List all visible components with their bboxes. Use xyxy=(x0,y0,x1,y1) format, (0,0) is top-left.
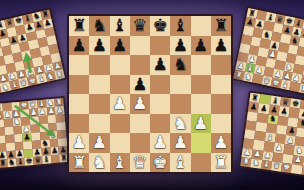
square-g4[interactable] xyxy=(191,94,211,114)
piece-white-pawn: ♟ xyxy=(92,134,107,151)
piece-white-rook: ♜ xyxy=(55,70,64,79)
square-h5[interactable] xyxy=(211,75,231,95)
piece-black-bishop: ♝ xyxy=(302,101,304,110)
square-c3[interactable] xyxy=(110,114,130,134)
square-a5[interactable] xyxy=(69,75,89,95)
piece-white-pawn: ♟ xyxy=(275,144,283,153)
piece-black-queen: ♛ xyxy=(34,156,42,165)
square-c6[interactable] xyxy=(110,55,130,75)
piece-white-rook: ♜ xyxy=(300,84,304,93)
square-g7[interactable]: ♟ xyxy=(191,36,211,56)
piece-black-pawn: ♟ xyxy=(213,37,228,54)
piece-black-pawn: ♟ xyxy=(280,107,288,116)
square-g2[interactable] xyxy=(191,133,211,153)
piece-white-king: ♚ xyxy=(153,154,168,171)
piece-white-pawn: ♟ xyxy=(243,148,251,157)
piece-white-bishop: ♝ xyxy=(112,154,127,171)
piece-black-rook: ♜ xyxy=(251,93,259,102)
piece-white-rook: ♜ xyxy=(213,154,228,171)
piece-white-pawn: ♟ xyxy=(72,134,87,151)
square-b7[interactable]: ♟ xyxy=(89,36,109,56)
piece-black-king: ♚ xyxy=(25,157,33,166)
piece-white-rook: ♜ xyxy=(72,154,87,171)
piece-black-bishop: ♝ xyxy=(173,17,188,34)
square-f4[interactable] xyxy=(170,94,190,114)
piece-white-pawn: ♟ xyxy=(112,95,127,112)
piece-white-bishop: ♝ xyxy=(266,133,274,142)
square-f6[interactable]: ♞ xyxy=(170,55,190,75)
square-d8[interactable]: ♛ xyxy=(130,16,150,36)
piece-white-rook: ♜ xyxy=(242,158,250,167)
piece-black-king: ♚ xyxy=(153,17,168,34)
square-e1[interactable]: ♚ xyxy=(150,153,170,173)
square-e5[interactable] xyxy=(150,75,170,95)
square-e6[interactable]: ♟ xyxy=(150,55,170,75)
corner-board-bottom-right: ♜♝♛♚♝♜♟♟♟♟♟♟♟♞♞♟♝♟♟♞♟♟♟♟♟♟♜♞♝♛♚♜ xyxy=(238,90,304,179)
piece-white-pawn: ♟ xyxy=(294,156,302,165)
square-h7[interactable]: ♟ xyxy=(211,36,231,56)
square-c7[interactable]: ♟ xyxy=(110,36,130,56)
piece-black-pawn: ♟ xyxy=(250,103,258,112)
square-e3[interactable] xyxy=(150,114,170,134)
corner-board-top-right: ♜♝♛♚♝♜♟♟♟♟♟♟♞♞♟♟♟♞♟♝♟♟♟♟♟♜♞♛♚♝♜ xyxy=(231,6,304,97)
square-g5[interactable] xyxy=(191,75,211,95)
piece-black-pawn: ♟ xyxy=(112,37,127,54)
piece-black-bishop: ♝ xyxy=(271,96,279,105)
square-d3[interactable] xyxy=(130,114,150,134)
piece-white-pawn: ♟ xyxy=(173,134,188,151)
square-a1[interactable]: ♜ xyxy=(69,153,89,173)
piece-white-pawn: ♟ xyxy=(263,151,271,160)
piece-black-pawn: ♟ xyxy=(92,37,107,54)
piece-black-rook: ♜ xyxy=(72,17,87,34)
corner-board-top-left: ♜♞♝♛♚♝♞♜♟♟♟♟♟♟♟♟♟♟♟♟♟♟♟♟♜♞♝♛♚♝♞♜ xyxy=(0,7,67,97)
square-c8[interactable]: ♝ xyxy=(110,16,130,36)
square-g6[interactable] xyxy=(191,55,211,75)
square-d6[interactable] xyxy=(130,55,150,75)
piece-black-pawn: ♟ xyxy=(270,105,278,114)
piece-white-knight: ♞ xyxy=(173,115,188,132)
square-d5[interactable]: ♟ xyxy=(130,75,150,95)
piece-white-queen: ♛ xyxy=(272,162,280,171)
piece-white-pawn: ♟ xyxy=(253,150,261,159)
square-f3[interactable]: ♞ xyxy=(170,114,190,134)
piece-black-knight: ♞ xyxy=(8,159,16,168)
square-d4[interactable]: ♟ xyxy=(130,94,150,114)
square-f2[interactable]: ♟ xyxy=(170,133,190,153)
piece-white-queen: ♛ xyxy=(132,154,147,171)
square-a7[interactable]: ♟ xyxy=(69,36,89,56)
square-c1[interactable]: ♝ xyxy=(110,153,130,173)
piece-black-bishop: ♝ xyxy=(16,158,24,167)
piece-black-knight: ♞ xyxy=(269,115,277,124)
square-c2[interactable] xyxy=(110,133,130,153)
square-a8[interactable]: ♜ xyxy=(69,16,89,36)
chess-scene: ♜♞♝♛♚♝♜♟♟♟♟♟♟♟♞♟♟♟♞♟♟♟♟♟♟♜♞♝♛♚♝♜ ♜♞♝♛♚♝♞… xyxy=(0,0,304,190)
piece-black-pawn: ♟ xyxy=(300,110,304,119)
square-b5[interactable] xyxy=(89,75,109,95)
square-d1[interactable]: ♛ xyxy=(130,153,150,173)
square-c4[interactable]: ♟ xyxy=(110,94,130,114)
square-b6[interactable] xyxy=(89,55,109,75)
square-a4[interactable] xyxy=(69,94,89,114)
piece-black-knight: ♞ xyxy=(299,119,304,128)
square-f1[interactable]: ♝ xyxy=(170,153,190,173)
square-h1: ♜ xyxy=(298,83,304,94)
piece-white-bishop: ♝ xyxy=(262,160,270,169)
square-b1[interactable]: ♞ xyxy=(89,153,109,173)
piece-black-pawn: ♟ xyxy=(288,127,296,136)
square-e2[interactable]: ♟ xyxy=(150,133,170,153)
piece-white-pawn: ♟ xyxy=(286,136,294,145)
piece-black-pawn: ♟ xyxy=(193,37,208,54)
square-b4[interactable] xyxy=(89,94,109,114)
corner-board-bottom-left: ♜♚♛♝♞♜♟♟♟♟♟♟♟♞♟♟♝♞♟♟♟♟♟♟♟♜♞♝♚♛♝♜ xyxy=(0,96,71,170)
piece-black-bishop: ♝ xyxy=(43,155,51,164)
piece-black-knight: ♞ xyxy=(173,56,188,73)
square-h1[interactable]: ♜ xyxy=(211,153,231,173)
square-h2[interactable]: ♟ xyxy=(211,133,231,153)
square-g1[interactable] xyxy=(191,153,211,173)
piece-white-knight: ♞ xyxy=(252,159,260,168)
piece-black-queen: ♛ xyxy=(132,17,147,34)
piece-black-pawn: ♟ xyxy=(173,37,188,54)
piece-black-bishop: ♝ xyxy=(112,17,127,34)
square-b8[interactable]: ♞ xyxy=(89,16,109,36)
piece-black-pawn: ♟ xyxy=(260,104,268,113)
square-f7[interactable]: ♟ xyxy=(170,36,190,56)
piece-white-knight: ♞ xyxy=(92,154,107,171)
square-g3[interactable]: ♟ xyxy=(191,114,211,134)
square-h4[interactable] xyxy=(211,94,231,114)
piece-white-bishop: ♝ xyxy=(173,154,188,171)
piece-white-pawn: ♟ xyxy=(132,95,147,112)
square-b3[interactable] xyxy=(89,114,109,134)
piece-black-queen: ♛ xyxy=(281,98,289,107)
piece-black-rook: ♜ xyxy=(213,17,228,34)
square-h1: ♜ xyxy=(54,69,65,80)
square-a3[interactable] xyxy=(69,114,89,134)
square-e7[interactable] xyxy=(150,36,170,56)
square-e4[interactable] xyxy=(150,94,170,114)
square-g1 xyxy=(301,165,304,176)
square-h8[interactable]: ♜ xyxy=(211,16,231,36)
piece-black-pawn: ♟ xyxy=(132,76,147,93)
square-f8[interactable]: ♝ xyxy=(170,16,190,36)
piece-white-pawn: ♟ xyxy=(193,115,208,132)
piece-white-pawn: ♟ xyxy=(213,134,228,151)
piece-white-knight: ♞ xyxy=(295,146,303,155)
square-g8[interactable] xyxy=(191,16,211,36)
square-f5[interactable] xyxy=(170,75,190,95)
piece-black-pawn: ♟ xyxy=(153,56,168,73)
square-h6[interactable] xyxy=(211,55,231,75)
square-a2[interactable]: ♟ xyxy=(69,133,89,153)
piece-white-king: ♚ xyxy=(282,163,290,172)
square-c5[interactable] xyxy=(110,75,130,95)
square-b2[interactable]: ♟ xyxy=(89,133,109,153)
piece-black-rook: ♜ xyxy=(0,159,7,168)
piece-black-king: ♚ xyxy=(291,99,299,108)
square-d2[interactable] xyxy=(130,133,150,153)
main-board[interactable]: ♜♞♝♛♚♝♜♟♟♟♟♟♟♟♞♟♟♟♞♟♟♟♟♟♟♜♞♝♛♚♝♜ xyxy=(67,14,233,174)
square-a6[interactable] xyxy=(69,55,89,75)
piece-black-pawn: ♟ xyxy=(72,37,87,54)
piece-black-knight: ♞ xyxy=(92,17,107,34)
square-h3[interactable] xyxy=(211,114,231,134)
square-e8[interactable]: ♚ xyxy=(150,16,170,36)
square-d7[interactable] xyxy=(130,36,150,56)
piece-white-pawn: ♟ xyxy=(153,134,168,151)
